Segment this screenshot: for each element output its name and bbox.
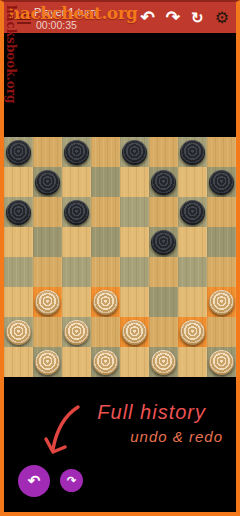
undo-icon[interactable]: ↶	[141, 6, 155, 30]
board-square[interactable]	[120, 257, 149, 287]
board-square[interactable]	[33, 167, 62, 197]
app-window: hackcheat.org hacksbook.org Player 1 tur…	[0, 0, 240, 516]
board-square[interactable]	[4, 167, 33, 197]
checker-dark-piece[interactable]	[180, 140, 205, 165]
board-square[interactable]	[178, 137, 207, 167]
board-square[interactable]	[120, 167, 149, 197]
board-square[interactable]	[149, 257, 178, 287]
checker-light-piece[interactable]	[180, 320, 205, 345]
board-square[interactable]	[120, 227, 149, 257]
board-square[interactable]	[62, 227, 91, 257]
board-square-highlighted[interactable]	[207, 287, 236, 317]
checker-light-piece[interactable]	[35, 290, 60, 315]
hamburger-menu-icon[interactable]	[17, 14, 31, 24]
board-square[interactable]	[4, 227, 33, 257]
board-square[interactable]	[178, 257, 207, 287]
checker-dark-piece[interactable]	[6, 140, 31, 165]
restart-icon[interactable]: ↻	[191, 6, 204, 30]
checker-dark-piece[interactable]	[35, 170, 60, 195]
top-bar: Player 1 turn 00:00:35 ↶ ↷ ↻ ⚙	[4, 2, 236, 33]
board-square[interactable]	[33, 197, 62, 227]
board-square[interactable]	[178, 287, 207, 317]
checker-light-piece[interactable]	[6, 320, 31, 345]
checker-dark-piece[interactable]	[64, 140, 89, 165]
turn-indicator-label: Player 1 turn	[34, 6, 96, 18]
checker-dark-piece[interactable]	[151, 170, 176, 195]
checker-light-piece[interactable]	[209, 350, 234, 375]
annotation-line2: undo & redo	[130, 428, 223, 445]
board-square[interactable]	[4, 257, 33, 287]
board-square[interactable]	[33, 317, 62, 347]
annotation-line1: Full history	[97, 401, 206, 424]
board-square[interactable]	[207, 167, 236, 197]
board-square[interactable]	[91, 197, 120, 227]
board-square[interactable]	[207, 317, 236, 347]
board-square[interactable]	[62, 287, 91, 317]
board-square-highlighted[interactable]	[33, 287, 62, 317]
board-square[interactable]	[4, 137, 33, 167]
board-square[interactable]	[4, 197, 33, 227]
board-square[interactable]	[178, 347, 207, 377]
board-square[interactable]	[120, 347, 149, 377]
checker-dark-piece[interactable]	[209, 170, 234, 195]
board-square[interactable]	[62, 137, 91, 167]
board-square[interactable]	[149, 197, 178, 227]
board-square[interactable]	[62, 197, 91, 227]
board-square[interactable]	[62, 167, 91, 197]
board-square[interactable]	[91, 317, 120, 347]
history-undo-button[interactable]: ↶	[18, 465, 50, 497]
checker-light-piece[interactable]	[151, 350, 176, 375]
board-square[interactable]	[120, 137, 149, 167]
checker-light-piece[interactable]	[35, 350, 60, 375]
board-square[interactable]	[207, 197, 236, 227]
board-square[interactable]	[149, 287, 178, 317]
board-square[interactable]	[91, 257, 120, 287]
checker-dark-piece[interactable]	[6, 200, 31, 225]
board-square[interactable]	[62, 317, 91, 347]
checker-light-piece[interactable]	[93, 350, 118, 375]
redo-icon[interactable]: ↷	[166, 6, 180, 30]
board-square[interactable]	[62, 347, 91, 377]
board-square[interactable]	[4, 347, 33, 377]
checkers-board	[4, 137, 236, 377]
black-band-bottom: Full history undo & redo ↶ ↷	[4, 377, 236, 512]
board-square[interactable]	[149, 317, 178, 347]
board-square-highlighted[interactable]	[91, 287, 120, 317]
board-square-highlighted[interactable]	[178, 317, 207, 347]
board-square[interactable]	[33, 227, 62, 257]
board-square-highlighted[interactable]	[120, 317, 149, 347]
settings-gear-icon[interactable]: ⚙	[215, 6, 229, 30]
checker-dark-piece[interactable]	[180, 200, 205, 225]
history-redo-button[interactable]: ↷	[60, 469, 83, 492]
board-square[interactable]	[207, 227, 236, 257]
board-square[interactable]	[120, 287, 149, 317]
board-square[interactable]	[207, 137, 236, 167]
board-square[interactable]	[178, 197, 207, 227]
board-square[interactable]	[33, 347, 62, 377]
checker-light-piece[interactable]	[122, 320, 147, 345]
board-square[interactable]	[91, 137, 120, 167]
board-square[interactable]	[149, 167, 178, 197]
black-band-top	[4, 33, 236, 137]
board-square[interactable]	[207, 347, 236, 377]
board-square[interactable]	[91, 167, 120, 197]
checker-light-piece[interactable]	[64, 320, 89, 345]
board-square[interactable]	[33, 257, 62, 287]
board-square[interactable]	[178, 167, 207, 197]
board-square[interactable]	[149, 227, 178, 257]
board-square[interactable]	[4, 317, 33, 347]
checker-dark-piece[interactable]	[151, 230, 176, 255]
board-square[interactable]	[178, 227, 207, 257]
top-bar-actions: ↶ ↷ ↻ ⚙	[141, 6, 229, 30]
checker-light-piece[interactable]	[93, 290, 118, 315]
checker-dark-piece[interactable]	[64, 200, 89, 225]
board-square[interactable]	[91, 227, 120, 257]
board-square[interactable]	[4, 287, 33, 317]
board-square[interactable]	[62, 257, 91, 287]
board-square[interactable]	[149, 137, 178, 167]
board-square[interactable]	[91, 347, 120, 377]
board-square[interactable]	[120, 197, 149, 227]
board-square[interactable]	[207, 257, 236, 287]
checker-light-piece[interactable]	[209, 290, 234, 315]
game-timer: 00:00:35	[36, 19, 77, 31]
board-square[interactable]	[33, 137, 62, 167]
checker-dark-piece[interactable]	[122, 140, 147, 165]
board-square[interactable]	[149, 347, 178, 377]
